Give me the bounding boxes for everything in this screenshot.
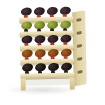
rack-leg-right: [70, 78, 75, 90]
rack-base: [21, 78, 75, 91]
side-notch: [77, 44, 82, 48]
rack-leg-left: [21, 79, 26, 91]
side-notch: [76, 18, 81, 22]
side-notch: [77, 31, 82, 35]
wine-rack: [19, 3, 87, 96]
side-notch: [77, 70, 82, 74]
rack-front: [19, 4, 75, 91]
product-photo: [0, 0, 105, 105]
rack-tiers: [19, 4, 75, 79]
base-shadow: [26, 78, 70, 86]
side-notch: [77, 57, 82, 61]
